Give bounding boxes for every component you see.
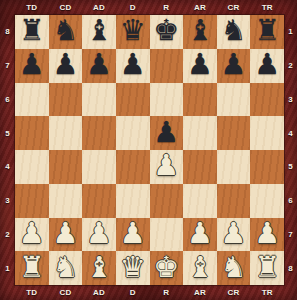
square-d4[interactable] [116,150,150,184]
rank-labels-left: 87654321 [0,15,15,285]
rank-label-left-7: 1 [0,251,15,285]
square-a7[interactable]: ♟ [15,49,49,83]
white-king-e1: ♚ [153,253,179,282]
square-c2[interactable]: ♟ [82,218,116,252]
black-pawn-f7: ♟ [187,50,213,79]
square-h4[interactable] [250,150,284,184]
square-a1[interactable]: ♜ [15,251,49,285]
square-e8[interactable]: ♚ [150,15,184,49]
square-g8[interactable]: ♞ [217,15,251,49]
black-knight-g8: ♞ [221,16,247,45]
square-f2[interactable]: ♟ [183,218,217,252]
square-h1[interactable]: ♜ [250,251,284,285]
file-label-top-7: TR [250,0,284,15]
square-h5[interactable] [250,116,284,150]
square-f6[interactable] [183,83,217,117]
rank-label-left-0: 8 [0,15,15,49]
square-h3[interactable] [250,184,284,218]
rank-label-left-2: 6 [0,83,15,117]
square-b4[interactable] [49,150,83,184]
file-label-top-3: D [116,0,150,15]
white-pawn-g2: ♟ [221,219,247,248]
square-c6[interactable] [82,83,116,117]
square-c5[interactable] [82,116,116,150]
file-label-top-2: AD [82,0,116,15]
white-rook-a1: ♜ [19,253,45,282]
black-king-e8: ♚ [153,16,179,45]
white-knight-b1: ♞ [52,253,78,282]
square-b8[interactable]: ♞ [49,15,83,49]
rank-label-right-4: 5 [284,150,297,184]
file-label-top-1: CD [49,0,83,15]
square-g6[interactable] [217,83,251,117]
square-e2[interactable] [150,218,184,252]
square-a2[interactable]: ♟ [15,218,49,252]
file-labels-top: TDCDADDRARCRTR [15,0,284,15]
file-label-top-0: TD [15,0,49,15]
black-knight-b8: ♞ [52,16,78,45]
square-e7[interactable] [150,49,184,83]
square-b2[interactable]: ♟ [49,218,83,252]
file-label-bottom-3: D [116,285,150,300]
file-label-bottom-1: CD [49,285,83,300]
white-bishop-f1: ♝ [187,253,213,282]
square-c8[interactable]: ♝ [82,15,116,49]
rank-label-left-4: 4 [0,150,15,184]
square-b1[interactable]: ♞ [49,251,83,285]
white-pawn-b2: ♟ [52,219,78,248]
black-pawn-h7: ♟ [254,50,280,79]
white-pawn-h2: ♟ [254,219,280,248]
rank-label-left-5: 3 [0,184,15,218]
file-label-top-4: R [150,0,184,15]
white-pawn-f2: ♟ [187,219,213,248]
black-pawn-g7: ♟ [221,50,247,79]
rank-label-right-6: 7 [284,218,297,252]
white-pawn-d2: ♟ [120,219,146,248]
black-pawn-e5: ♟ [153,118,179,147]
file-label-bottom-2: AD [82,285,116,300]
square-a4[interactable] [15,150,49,184]
white-bishop-c1: ♝ [86,253,112,282]
square-b3[interactable] [49,184,83,218]
square-d1[interactable]: ♛ [116,251,150,285]
square-e5[interactable]: ♟ [150,116,184,150]
rank-label-left-6: 2 [0,218,15,252]
square-e1[interactable]: ♚ [150,251,184,285]
white-pawn-c2: ♟ [86,219,112,248]
square-d6[interactable] [116,83,150,117]
rank-label-right-3: 4 [284,116,297,150]
black-pawn-c7: ♟ [86,50,112,79]
square-f7[interactable]: ♟ [183,49,217,83]
square-a3[interactable] [15,184,49,218]
rank-label-left-1: 7 [0,49,15,83]
file-label-top-6: CR [217,0,251,15]
square-g7[interactable]: ♟ [217,49,251,83]
rank-label-right-1: 2 [284,49,297,83]
square-a6[interactable] [15,83,49,117]
square-h6[interactable] [250,83,284,117]
black-rook-h8: ♜ [254,16,280,45]
square-c3[interactable] [82,184,116,218]
square-b6[interactable] [49,83,83,117]
square-d2[interactable]: ♟ [116,218,150,252]
square-f3[interactable] [183,184,217,218]
square-d3[interactable] [116,184,150,218]
square-h7[interactable]: ♟ [250,49,284,83]
square-d5[interactable] [116,116,150,150]
rank-label-right-7: 8 [284,251,297,285]
square-g3[interactable] [217,184,251,218]
file-label-bottom-5: AR [183,285,217,300]
black-rook-a8: ♜ [19,16,45,45]
chess-board: ♜♞♝♛♚♝♞♜♟♟♟♟♟♟♟♟♟♟♟♟♟♟♟♟♜♞♝♛♚♝♞♜ [15,15,284,285]
square-h2[interactable]: ♟ [250,218,284,252]
white-knight-g1: ♞ [221,253,247,282]
square-e3[interactable] [150,184,184,218]
square-h8[interactable]: ♜ [250,15,284,49]
square-b7[interactable]: ♟ [49,49,83,83]
file-label-bottom-0: TD [15,285,49,300]
square-c1[interactable]: ♝ [82,251,116,285]
square-c4[interactable] [82,150,116,184]
white-pawn-e4: ♟ [153,151,179,180]
rank-label-left-3: 5 [0,116,15,150]
rank-label-right-2: 3 [284,83,297,117]
black-bishop-f8: ♝ [187,16,213,45]
square-f8[interactable]: ♝ [183,15,217,49]
file-label-bottom-7: TR [250,285,284,300]
square-f1[interactable]: ♝ [183,251,217,285]
square-g1[interactable]: ♞ [217,251,251,285]
square-e6[interactable] [150,83,184,117]
file-labels-bottom: TDCDADDRARCRTR [15,285,284,300]
white-pawn-a2: ♟ [19,219,45,248]
rank-label-right-5: 6 [284,184,297,218]
rank-label-right-0: 1 [284,15,297,49]
square-d8[interactable]: ♛ [116,15,150,49]
black-bishop-c8: ♝ [86,16,112,45]
rank-labels-right: 12345678 [284,15,297,285]
black-pawn-d7: ♟ [120,50,146,79]
square-d7[interactable]: ♟ [116,49,150,83]
chess-diagram: TDCDADDRARCRTR TDCDADDRARCRTR 87654321 1… [0,0,297,300]
file-label-bottom-6: CR [217,285,251,300]
square-b5[interactable] [49,116,83,150]
black-queen-d8: ♛ [120,16,146,45]
white-queen-d1: ♛ [120,253,146,282]
square-g4[interactable] [217,150,251,184]
black-pawn-b7: ♟ [52,50,78,79]
square-e4[interactable]: ♟ [150,150,184,184]
square-c7[interactable]: ♟ [82,49,116,83]
square-g2[interactable]: ♟ [217,218,251,252]
white-rook-h1: ♜ [254,253,280,282]
square-f5[interactable] [183,116,217,150]
file-label-bottom-4: R [150,285,184,300]
square-f4[interactable] [183,150,217,184]
square-a5[interactable] [15,116,49,150]
black-pawn-a7: ♟ [19,50,45,79]
square-g5[interactable] [217,116,251,150]
file-label-top-5: AR [183,0,217,15]
square-a8[interactable]: ♜ [15,15,49,49]
